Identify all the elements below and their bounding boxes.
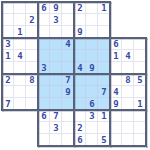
void-r10c1 <box>2 110 14 122</box>
cell-r10c10[interactable] <box>110 110 122 122</box>
cell-r8c5[interactable] <box>50 86 62 98</box>
cell-r1c1[interactable] <box>2 2 14 14</box>
cell-r10c4[interactable]: 6 <box>38 110 50 122</box>
given-digit: 9 <box>53 2 58 14</box>
cell-r11c5[interactable]: 3 <box>50 122 62 134</box>
box-border-vertical <box>1 1 3 111</box>
sudoku-board: 69212319346141434928785974769167313265 <box>2 2 146 146</box>
cell-r2c1[interactable] <box>2 14 14 26</box>
given-digit: 4 <box>17 50 22 62</box>
cell-r8c7[interactable] <box>74 86 86 98</box>
cell-r4c7[interactable] <box>74 38 86 50</box>
given-digit: 8 <box>29 74 34 86</box>
box-border-horizontal <box>1 109 147 111</box>
void-r1c11 <box>122 2 134 14</box>
cell-r10c5[interactable]: 7 <box>50 110 62 122</box>
given-digit: 1 <box>101 2 106 14</box>
given-digit: 3 <box>53 14 58 26</box>
cell-r8c2[interactable] <box>14 86 26 98</box>
cell-r10c7[interactable] <box>74 110 86 122</box>
cell-r7c10[interactable] <box>110 74 122 86</box>
cell-r7c11[interactable]: 8 <box>122 74 134 86</box>
cell-r5c4[interactable] <box>38 50 50 62</box>
sudoku-puzzle: 69212319346141434928785974769167313265 <box>0 0 150 150</box>
given-digit: 6 <box>41 2 46 14</box>
given-digit: 3 <box>53 122 58 134</box>
void-r2c11 <box>122 14 134 26</box>
given-digit: 9 <box>65 86 70 98</box>
given-digit: 2 <box>77 2 82 14</box>
cell-r8c8[interactable] <box>86 86 98 98</box>
cell-r4c4[interactable] <box>38 38 50 50</box>
box-border-horizontal <box>37 145 147 147</box>
cell-r8c1[interactable] <box>2 86 14 98</box>
cell-r11c10[interactable] <box>110 122 122 134</box>
cell-r1c4[interactable]: 6 <box>38 2 50 14</box>
cell-r4c1[interactable]: 3 <box>2 38 14 50</box>
void-r1c12 <box>134 2 146 14</box>
cell-r11c4[interactable] <box>38 122 50 134</box>
box-border-horizontal <box>1 37 147 39</box>
cell-r5c1[interactable]: 1 <box>2 50 14 62</box>
given-digit: 1 <box>5 50 10 62</box>
cell-r5c8[interactable] <box>86 50 98 62</box>
cell-r4c8[interactable] <box>86 38 98 50</box>
given-digit: 3 <box>5 38 10 50</box>
cell-r8c10[interactable]: 4 <box>110 86 122 98</box>
given-digit: 2 <box>29 14 34 26</box>
box-border-vertical <box>145 37 147 147</box>
cell-r10c8[interactable]: 3 <box>86 110 98 122</box>
box-border-horizontal <box>1 1 111 3</box>
cell-r5c5[interactable] <box>50 50 62 62</box>
void-r12c2 <box>14 134 26 146</box>
cell-r1c2[interactable] <box>14 2 26 14</box>
cell-r2c5[interactable]: 3 <box>50 14 62 26</box>
cell-r5c10[interactable]: 1 <box>110 50 122 62</box>
cell-r5c7[interactable] <box>74 50 86 62</box>
cell-r5c2[interactable]: 4 <box>14 50 26 62</box>
cell-r2c8[interactable] <box>86 14 98 26</box>
cell-r8c4[interactable] <box>38 86 50 98</box>
cell-r4c11[interactable] <box>122 38 134 50</box>
cell-r1c7[interactable]: 2 <box>74 2 86 14</box>
cell-r11c11[interactable] <box>122 122 134 134</box>
given-digit: 7 <box>53 110 58 122</box>
given-digit: 7 <box>101 86 106 98</box>
cell-r2c4[interactable] <box>38 14 50 26</box>
void-r10c2 <box>14 110 26 122</box>
cell-r4c2[interactable] <box>14 38 26 50</box>
void-r2c10 <box>110 14 122 26</box>
cell-r7c8[interactable] <box>86 74 98 86</box>
cell-r4c10[interactable]: 6 <box>110 38 122 50</box>
cell-r2c7[interactable] <box>74 14 86 26</box>
cell-r11c7[interactable]: 2 <box>74 122 86 134</box>
box-border-horizontal <box>1 73 147 75</box>
cell-r5c11[interactable]: 4 <box>122 50 134 62</box>
cell-r7c2[interactable] <box>14 74 26 86</box>
given-digit: 2 <box>5 74 10 86</box>
given-digit: 4 <box>113 86 118 98</box>
given-digit: 4 <box>65 38 70 50</box>
cell-r11c8[interactable] <box>86 122 98 134</box>
given-digit: 6 <box>113 38 118 50</box>
void-r2c12 <box>134 14 146 26</box>
cell-r1c5[interactable]: 9 <box>50 2 62 14</box>
cell-r7c4[interactable] <box>38 74 50 86</box>
given-digit: 1 <box>113 50 118 62</box>
given-digit: 4 <box>125 50 130 62</box>
cell-r4c5[interactable] <box>50 38 62 50</box>
given-digit: 3 <box>89 110 94 122</box>
void-r11c2 <box>14 122 26 134</box>
cell-r7c1[interactable]: 2 <box>2 74 14 86</box>
void-r11c1 <box>2 122 14 134</box>
cell-r1c8[interactable] <box>86 2 98 14</box>
given-digit: 5 <box>137 74 142 86</box>
cell-r8c11[interactable] <box>122 86 134 98</box>
given-digit: 2 <box>77 122 82 134</box>
void-r12c1 <box>2 134 14 146</box>
given-digit: 6 <box>41 110 46 122</box>
cell-r2c2[interactable] <box>14 14 26 26</box>
given-digit: 7 <box>65 74 70 86</box>
cell-r7c5[interactable] <box>50 74 62 86</box>
given-digit: 1 <box>101 110 106 122</box>
cell-r10c11[interactable] <box>122 110 134 122</box>
given-digit: 8 <box>125 74 130 86</box>
void-r1c10 <box>110 2 122 14</box>
cell-r7c7[interactable] <box>74 74 86 86</box>
